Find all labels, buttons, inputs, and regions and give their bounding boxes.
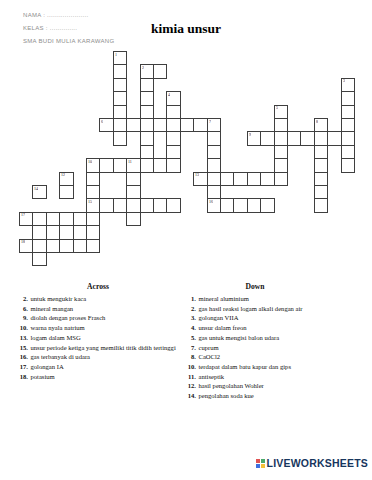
grid-cell[interactable] bbox=[86, 212, 100, 226]
grid-cell[interactable] bbox=[207, 185, 221, 199]
clue-text: cuprum bbox=[199, 343, 337, 353]
grid-cell[interactable]: 6 bbox=[99, 118, 113, 132]
grid-cell[interactable] bbox=[247, 172, 261, 186]
grid-cell[interactable] bbox=[166, 105, 180, 119]
grid-cell[interactable] bbox=[274, 158, 288, 172]
clue-text: unsur periode ketiga yang memiliki titik… bbox=[31, 343, 179, 353]
grid-cell[interactable] bbox=[193, 118, 207, 132]
cell-number: 13 bbox=[195, 173, 205, 177]
clue-number: 2. bbox=[186, 304, 196, 314]
cell-number: 4 bbox=[168, 93, 178, 97]
page-title: kimia unsur bbox=[0, 21, 372, 37]
grid-cell[interactable] bbox=[233, 172, 247, 186]
down-clue: 7.cuprum bbox=[186, 343, 336, 353]
grid-cell[interactable]: 9 bbox=[247, 131, 261, 145]
across-clue: 9.diolah dengan proses Frasch bbox=[18, 313, 178, 323]
grid-cell[interactable] bbox=[314, 131, 328, 145]
clue-number: 6. bbox=[18, 304, 28, 314]
grid-cell[interactable] bbox=[140, 91, 154, 105]
grid-cell[interactable] bbox=[59, 225, 73, 239]
grid-cell[interactable] bbox=[153, 198, 167, 212]
down-clue: 11.antiseptik bbox=[186, 372, 336, 382]
grid-cell[interactable]: 4 bbox=[166, 91, 180, 105]
across-clue-list: 2.untuk mengukir kaca6.mineral mangan9.d… bbox=[18, 294, 178, 381]
cell-number: 2 bbox=[142, 66, 152, 70]
down-clue: 1.mineral aluminium bbox=[186, 294, 336, 304]
across-clue: 6.mineral mangan bbox=[18, 304, 178, 314]
clue-text: golongan IA bbox=[31, 362, 179, 372]
grid-cell[interactable] bbox=[153, 64, 167, 78]
grid-cell[interactable] bbox=[314, 145, 328, 159]
cell-number: 17 bbox=[21, 213, 31, 217]
grid-cell[interactable] bbox=[140, 105, 154, 119]
grid-cell[interactable] bbox=[113, 118, 127, 132]
grid-cell[interactable] bbox=[126, 198, 140, 212]
grid-cell[interactable] bbox=[300, 131, 314, 145]
clue-text: gas untuk mengisi balon udara bbox=[199, 333, 337, 343]
grid-cell[interactable] bbox=[314, 158, 328, 172]
grid-cell[interactable] bbox=[341, 91, 355, 105]
grid-cell[interactable] bbox=[274, 172, 288, 186]
grid-cell[interactable] bbox=[32, 212, 46, 226]
clue-number: 13. bbox=[18, 333, 28, 343]
across-clue: 18.potasium bbox=[18, 372, 178, 382]
clue-number: 7. bbox=[186, 343, 196, 353]
grid-cell[interactable] bbox=[113, 131, 127, 145]
clue-number: 17. bbox=[18, 362, 28, 372]
clue-number: 8. bbox=[186, 352, 196, 362]
grid-cell[interactable] bbox=[274, 118, 288, 132]
grid-cell[interactable] bbox=[126, 185, 140, 199]
school-label: SMA BUDI MULIA KARAWANG bbox=[23, 38, 114, 44]
cell-number: 5 bbox=[276, 106, 286, 110]
grid-cell[interactable] bbox=[153, 158, 167, 172]
across-clue: 17.golongan IA bbox=[18, 362, 178, 372]
grid-cell[interactable] bbox=[59, 185, 73, 199]
down-clue: 8.CaOCl2 bbox=[186, 352, 336, 362]
cell-number: 11 bbox=[128, 160, 138, 164]
grid-cell[interactable] bbox=[99, 158, 113, 172]
grid-cell[interactable] bbox=[166, 118, 180, 132]
grid-cell[interactable] bbox=[247, 198, 261, 212]
grid-cell[interactable] bbox=[260, 172, 274, 186]
clue-text: unsur dalam freon bbox=[199, 323, 337, 333]
grid-cell[interactable] bbox=[180, 118, 194, 132]
grid-cell[interactable] bbox=[126, 118, 140, 132]
clue-text: gas terbanyak di udara bbox=[31, 352, 179, 362]
clue-number: 14. bbox=[186, 391, 196, 401]
grid-cell[interactable]: 11 bbox=[126, 158, 140, 172]
clue-text: mineral aluminium bbox=[199, 294, 337, 304]
cell-number: 18 bbox=[21, 240, 31, 244]
cell-number: 7 bbox=[209, 120, 219, 124]
cell-number: 3 bbox=[343, 79, 353, 83]
grid-cell[interactable] bbox=[260, 131, 274, 145]
across-clues-section: Across 2.untuk mengukir kaca6.mineral ma… bbox=[18, 282, 178, 381]
clue-number: 1. bbox=[186, 294, 196, 304]
clue-text: terdapat dalam batu kapur dan gips bbox=[199, 362, 337, 372]
down-clue: 4.unsur dalam freon bbox=[186, 323, 336, 333]
grid-cell[interactable] bbox=[341, 158, 355, 172]
cell-number: 10 bbox=[88, 160, 98, 164]
across-clue: 13.logam dalam MSG bbox=[18, 333, 178, 343]
grid-cell[interactable] bbox=[99, 198, 113, 212]
grid-cell[interactable] bbox=[207, 158, 221, 172]
clue-number: 11. bbox=[186, 372, 196, 382]
down-clue: 2.gas hasil reaksi logam alkali dengan a… bbox=[186, 304, 336, 314]
grid-cell[interactable] bbox=[86, 172, 100, 186]
grid-cell[interactable]: 3 bbox=[341, 78, 355, 92]
across-clue: 2.untuk mengukir kaca bbox=[18, 294, 178, 304]
clue-text: pengolahan soda kue bbox=[199, 391, 337, 401]
grid-cell[interactable] bbox=[341, 145, 355, 159]
down-heading: Down bbox=[186, 282, 324, 292]
grid-cell[interactable] bbox=[113, 105, 127, 119]
cell-number: 14 bbox=[34, 187, 44, 191]
clue-number: 2. bbox=[18, 294, 28, 304]
grid-cell[interactable] bbox=[220, 172, 234, 186]
down-clue-list: 1.mineral aluminium2.gas hasil reaksi lo… bbox=[186, 294, 336, 401]
grid-cell[interactable] bbox=[314, 185, 328, 199]
grid-cell[interactable] bbox=[314, 198, 328, 212]
clue-number: 4. bbox=[186, 323, 196, 333]
grid-cell[interactable] bbox=[274, 131, 288, 145]
grid-cell[interactable] bbox=[140, 78, 154, 92]
grid-cell[interactable]: 12 bbox=[59, 172, 73, 186]
clue-text: CaOCl2 bbox=[199, 352, 337, 362]
grid-cell[interactable] bbox=[327, 131, 341, 145]
grid-cell[interactable]: 17 bbox=[19, 212, 33, 226]
clue-number: 9. bbox=[18, 313, 28, 323]
down-clue: 3.golongan VIIA bbox=[186, 313, 336, 323]
cell-number: 9 bbox=[249, 133, 259, 137]
grid-cell[interactable] bbox=[140, 145, 154, 159]
grid-cell[interactable] bbox=[32, 225, 46, 239]
grid-cell[interactable] bbox=[73, 212, 87, 226]
crossword-grid: 123456789101112131415161718 bbox=[19, 51, 356, 268]
grid-cell[interactable] bbox=[166, 198, 180, 212]
grid-cell[interactable] bbox=[153, 118, 167, 132]
clue-text: antiseptik bbox=[199, 372, 337, 382]
grid-cell[interactable] bbox=[73, 239, 87, 253]
clue-number: 10. bbox=[186, 362, 196, 372]
down-clue: 12.hasil pengolahan Wohler bbox=[186, 381, 336, 391]
grid-cell[interactable] bbox=[126, 172, 140, 186]
grid-cell[interactable] bbox=[274, 145, 288, 159]
grid-cell[interactable] bbox=[207, 145, 221, 159]
grid-cell[interactable]: 2 bbox=[140, 64, 154, 78]
clue-text: potasium bbox=[31, 372, 179, 382]
clue-text: mineral mangan bbox=[31, 304, 179, 314]
clue-text: warna nyala natrium bbox=[31, 323, 179, 333]
down-clue: 14.pengolahan soda kue bbox=[186, 391, 336, 401]
grid-cell[interactable] bbox=[59, 212, 73, 226]
clue-number: 10. bbox=[18, 323, 28, 333]
grid-cell[interactable]: 8 bbox=[314, 118, 328, 132]
clue-text: golongan VIIA bbox=[199, 313, 337, 323]
grid-cell[interactable] bbox=[287, 131, 301, 145]
grid-cell[interactable] bbox=[341, 105, 355, 119]
grid-cell[interactable] bbox=[166, 145, 180, 159]
grid-cell[interactable] bbox=[32, 252, 46, 266]
clue-text: diolah dengan proses Frasch bbox=[31, 313, 179, 323]
liveworksheets-brand-text: LIVEWORKSHEETS bbox=[267, 457, 368, 469]
grid-cell[interactable] bbox=[140, 158, 154, 172]
across-clue: 16.gas terbanyak di udara bbox=[18, 352, 178, 362]
grid-cell[interactable] bbox=[32, 239, 46, 253]
grid-cell[interactable] bbox=[59, 239, 73, 253]
grid-cell[interactable]: 10 bbox=[86, 158, 100, 172]
grid-cell[interactable] bbox=[166, 158, 180, 172]
grid-cell[interactable]: 15 bbox=[86, 198, 100, 212]
grid-cell[interactable]: 1 bbox=[113, 51, 127, 65]
across-heading: Across bbox=[18, 282, 178, 292]
grid-cell[interactable] bbox=[140, 198, 154, 212]
grid-cell[interactable]: 5 bbox=[274, 105, 288, 119]
clue-number: 5. bbox=[186, 333, 196, 343]
cell-number: 8 bbox=[316, 120, 326, 124]
grid-cell[interactable] bbox=[126, 212, 140, 226]
across-clue: 10.warna nyala natrium bbox=[18, 323, 178, 333]
grid-cell[interactable] bbox=[86, 185, 100, 199]
grid-cell[interactable] bbox=[220, 198, 234, 212]
grid-cell[interactable] bbox=[314, 172, 328, 186]
cell-number: 1 bbox=[115, 53, 125, 57]
grid-cell[interactable] bbox=[166, 131, 180, 145]
grid-cell[interactable] bbox=[86, 225, 100, 239]
grid-cell[interactable] bbox=[113, 198, 127, 212]
worksheet-page: NAMA : ..................... KELAS : ...… bbox=[0, 0, 372, 480]
grid-cell[interactable] bbox=[113, 78, 127, 92]
grid-cell[interactable] bbox=[233, 198, 247, 212]
grid-cell[interactable] bbox=[113, 64, 127, 78]
clue-text: gas hasil reaksi logam alkali dengan air bbox=[199, 304, 337, 314]
cell-number: 15 bbox=[88, 200, 98, 204]
liveworksheets-logo[interactable]: LIVEWORKSHEETS bbox=[256, 457, 368, 469]
cell-number: 12 bbox=[61, 173, 71, 177]
clue-number: 16. bbox=[18, 352, 28, 362]
clue-number: 18. bbox=[18, 372, 28, 382]
liveworksheets-icon bbox=[256, 459, 265, 468]
clue-number: 3. bbox=[186, 313, 196, 323]
down-clue: 10.terdapat dalam batu kapur dan gips bbox=[186, 362, 336, 372]
clue-number: 12. bbox=[186, 381, 196, 391]
grid-cell[interactable] bbox=[341, 118, 355, 132]
grid-cell[interactable]: 7 bbox=[207, 118, 221, 132]
grid-cell[interactable] bbox=[46, 239, 60, 253]
clue-number: 15. bbox=[18, 343, 28, 353]
cell-number: 16 bbox=[209, 200, 219, 204]
clue-text: hasil pengolahan Wohler bbox=[199, 381, 337, 391]
clue-text: logam dalam MSG bbox=[31, 333, 179, 343]
grid-cell[interactable] bbox=[46, 212, 60, 226]
down-clue: 5.gas untuk mengisi balon udara bbox=[186, 333, 336, 343]
grid-cell[interactable] bbox=[207, 172, 221, 186]
grid-cell[interactable]: 13 bbox=[193, 172, 207, 186]
grid-cell[interactable] bbox=[341, 131, 355, 145]
cell-number: 6 bbox=[101, 120, 111, 124]
grid-cell[interactable] bbox=[140, 131, 154, 145]
grid-cell[interactable]: 16 bbox=[207, 198, 221, 212]
grid-cell[interactable]: 18 bbox=[19, 239, 33, 253]
grid-cell[interactable] bbox=[86, 239, 100, 253]
grid-cell[interactable] bbox=[207, 131, 221, 145]
name-field-label: NAMA : ..................... bbox=[23, 12, 88, 18]
grid-cell[interactable]: 14 bbox=[32, 185, 46, 199]
clue-text: untuk mengukir kaca bbox=[31, 294, 179, 304]
grid-cell[interactable] bbox=[260, 198, 274, 212]
grid-cell[interactable] bbox=[113, 158, 127, 172]
grid-cell[interactable] bbox=[140, 118, 154, 132]
across-clue: 15.unsur periode ketiga yang memiliki ti… bbox=[18, 343, 178, 353]
grid-cell[interactable] bbox=[113, 91, 127, 105]
down-clues-section: Down 1.mineral aluminium2.gas hasil reak… bbox=[186, 282, 336, 401]
